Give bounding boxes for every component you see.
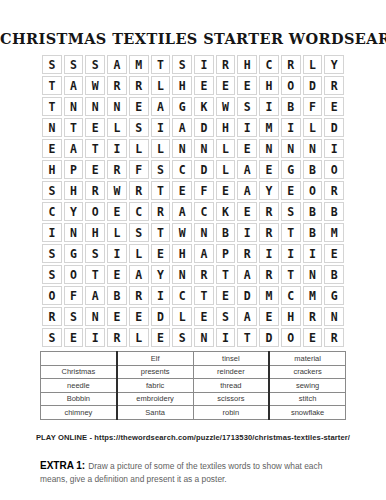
grid-cell-r10c14[interactable]: E xyxy=(324,244,344,263)
word-bobbin: Bobbin xyxy=(41,392,117,406)
grid-cell-r6c8[interactable]: D xyxy=(194,160,214,179)
grid-cell-r8c11[interactable]: R xyxy=(259,202,279,221)
grid-cell-r10c7[interactable]: H xyxy=(172,244,192,263)
word-needle: needle xyxy=(41,379,117,393)
extra-label: EXTRA 1: xyxy=(40,460,85,471)
grid-cell-r9c8[interactable]: N xyxy=(194,223,214,242)
grid-cell-r10c9[interactable]: P xyxy=(216,244,236,263)
word-thread: thread xyxy=(193,379,269,393)
grid-cell-r13c3[interactable]: N xyxy=(85,307,105,326)
word-fabric: fabric xyxy=(117,379,193,393)
grid-cell-r6c6[interactable]: S xyxy=(151,160,171,179)
grid-cell-r8c12[interactable]: S xyxy=(281,202,301,221)
grid-cell-r1c14[interactable]: Y xyxy=(324,55,344,74)
word-elf: Elf xyxy=(117,352,193,366)
grid-cell-r9c12[interactable]: T xyxy=(281,223,301,242)
grid-cell-r3c5[interactable]: E xyxy=(129,97,149,116)
grid-cell-r14c2[interactable]: E xyxy=(64,328,84,347)
grid-cell-r8c10[interactable]: E xyxy=(237,202,257,221)
grid-cell-r12c12[interactable]: C xyxy=(281,286,301,305)
grid-cell-r4c9[interactable]: H xyxy=(216,118,236,137)
grid-cell-r13c10[interactable]: A xyxy=(237,307,257,326)
word-presents: presents xyxy=(117,365,193,379)
grid-cell-r5c9[interactable]: L xyxy=(216,139,236,158)
word-table-row: Elftinselmaterial xyxy=(41,352,346,366)
grid-cell-r13c5[interactable]: E xyxy=(129,307,149,326)
grid-cell-r8c8[interactable]: C xyxy=(194,202,214,221)
grid-cell-r3c11[interactable]: I xyxy=(259,97,279,116)
grid-cell-r5c2[interactable]: A xyxy=(64,139,84,158)
word-stitch: stitch xyxy=(269,392,345,406)
grid-cell-r5c14[interactable]: I xyxy=(324,139,344,158)
grid-cell-r2c4[interactable]: R xyxy=(107,76,127,95)
grid-cell-r10c1[interactable]: S xyxy=(42,244,62,263)
grid-cell-r12c5[interactable]: R xyxy=(129,286,149,305)
grid-cell-r4c1[interactable]: N xyxy=(42,118,62,137)
grid-cell-r12c6[interactable]: I xyxy=(151,286,171,305)
grid-cell-r6c2[interactable]: P xyxy=(64,160,84,179)
grid-cell-r6c13[interactable]: B xyxy=(303,160,323,179)
grid-cell-r7c11[interactable]: Y xyxy=(259,181,279,200)
grid-cell-r11c5[interactable]: A xyxy=(129,265,149,284)
grid-cell-r14c10[interactable]: T xyxy=(237,328,257,347)
grid-cell-r3c10[interactable]: S xyxy=(237,97,257,116)
word-embroidery: embroidery xyxy=(117,392,193,406)
grid-cell-r13c4[interactable]: E xyxy=(107,307,127,326)
grid-cell-r12c9[interactable]: E xyxy=(216,286,236,305)
grid-cell-r5c11[interactable]: N xyxy=(259,139,279,158)
word-table-row: Bobbinembroideryscissorsstitch xyxy=(41,392,346,406)
word-sewing: sewing xyxy=(269,379,345,393)
grid-cell-r5c1[interactable]: E xyxy=(42,139,62,158)
grid-cell-r1c7[interactable]: S xyxy=(172,55,192,74)
grid-cell-r13c2[interactable]: S xyxy=(64,307,84,326)
grid-cell-r12c7[interactable]: C xyxy=(172,286,192,305)
grid-cell-r11c7[interactable]: N xyxy=(172,265,192,284)
grid-cell-r10c12[interactable]: I xyxy=(281,244,301,263)
grid-cell-r4c12[interactable]: I xyxy=(281,118,301,137)
grid-cell-r8c14[interactable]: B xyxy=(324,202,344,221)
grid-cell-r9c3[interactable]: H xyxy=(85,223,105,242)
word-list-body: ElftinselmaterialChristmaspresentsreinde… xyxy=(41,352,346,420)
grid-cell-r14c4[interactable]: R xyxy=(107,328,127,347)
grid-cell-r3c12[interactable]: B xyxy=(281,97,301,116)
grid-cell-r7c9[interactable]: E xyxy=(216,181,236,200)
grid-cell-r9c2[interactable]: N xyxy=(64,223,84,242)
grid-cell-r7c5[interactable]: R xyxy=(129,181,149,200)
grid-cell-r13c14[interactable]: N xyxy=(324,307,344,326)
grid-cell-r5c8[interactable]: N xyxy=(194,139,214,158)
grid-cell-r7c1[interactable]: S xyxy=(42,181,62,200)
grid-cell-r1c4[interactable]: A xyxy=(107,55,127,74)
grid-cell-r11c12[interactable]: T xyxy=(281,265,301,284)
grid-cell-r2c14[interactable]: R xyxy=(324,76,344,95)
grid-cell-r8c13[interactable]: B xyxy=(303,202,323,221)
grid-cell-r1c1[interactable]: S xyxy=(42,55,62,74)
grid-cell-r13c6[interactable]: D xyxy=(151,307,171,326)
word-material: material xyxy=(269,352,345,366)
grid-cell-r1c10[interactable]: H xyxy=(237,55,257,74)
word-table-row: Christmaspresentsreindeercrackers xyxy=(41,365,346,379)
grid-cell-r2c12[interactable]: O xyxy=(281,76,301,95)
grid-cell-r7c7[interactable]: E xyxy=(172,181,192,200)
grid-cell-r6c12[interactable]: G xyxy=(281,160,301,179)
grid-cell-r8c1[interactable]: C xyxy=(42,202,62,221)
grid-cell-r1c8[interactable]: I xyxy=(194,55,214,74)
grid-cell-r3c1[interactable]: T xyxy=(42,97,62,116)
grid-cell-r2c8[interactable]: E xyxy=(194,76,214,95)
extra-instruction: EXTRA 1:Draw a picture of some of the te… xyxy=(40,458,344,486)
grid-cell-r13c1[interactable]: R xyxy=(42,307,62,326)
grid-cell-r11c2[interactable]: O xyxy=(64,265,84,284)
grid-cell-r12c11[interactable]: M xyxy=(259,286,279,305)
grid-cell-r5c12[interactable]: N xyxy=(281,139,301,158)
grid-cell-r11c10[interactable]: A xyxy=(237,265,257,284)
grid-cell-r5c5[interactable]: L xyxy=(129,139,149,158)
grid-cell-r14c1[interactable]: S xyxy=(42,328,62,347)
grid-cell-r9c5[interactable]: S xyxy=(129,223,149,242)
grid-cell-r10c4[interactable]: I xyxy=(107,244,127,263)
word-scissors: scissors xyxy=(193,392,269,406)
grid-cell-r7c12[interactable]: E xyxy=(281,181,301,200)
word-list-table: ElftinselmaterialChristmaspresentsreinde… xyxy=(40,351,346,420)
grid-cell-r8c3[interactable]: O xyxy=(85,202,105,221)
grid-cell-r5c4[interactable]: I xyxy=(107,139,127,158)
grid-cell-r4c3[interactable]: E xyxy=(85,118,105,137)
grid-cell-r11c4[interactable]: E xyxy=(107,265,127,284)
grid-cell-r6c3[interactable]: E xyxy=(85,160,105,179)
word-tinsel: tinsel xyxy=(193,352,269,366)
grid-cell-r5c10[interactable]: E xyxy=(237,139,257,158)
grid-cell-r4c4[interactable]: L xyxy=(107,118,127,137)
grid-cell-r11c13[interactable]: N xyxy=(303,265,323,284)
grid-cell-r13c7[interactable]: L xyxy=(172,307,192,326)
grid-cell-r12c2[interactable]: F xyxy=(64,286,84,305)
grid-cell-r9c10[interactable]: I xyxy=(237,223,257,242)
grid-cell-r9c4[interactable]: L xyxy=(107,223,127,242)
grid-cell-r4c5[interactable]: S xyxy=(129,118,149,137)
wordsearch-grid: SSSAMTSIRHCRLYTAWRRLHEEEHODRTNNNEAGKWSIB… xyxy=(42,55,344,347)
grid-cell-r13c13[interactable]: R xyxy=(303,307,323,326)
grid-cell-r12c1[interactable]: O xyxy=(42,286,62,305)
grid-cell-r4c11[interactable]: M xyxy=(259,118,279,137)
grid-cell-r14c3[interactable]: I xyxy=(85,328,105,347)
puzzle-title: CHRISTMAS TEXTILES STARTER WORDSEARCH xyxy=(0,30,386,47)
grid-cell-r1c6[interactable]: T xyxy=(151,55,171,74)
grid-cell-r8c2[interactable]: Y xyxy=(64,202,84,221)
grid-cell-r8c7[interactable]: A xyxy=(172,202,192,221)
grid-cell-r14c9[interactable]: I xyxy=(216,328,236,347)
grid-cell-r11c11[interactable]: R xyxy=(259,265,279,284)
grid-cell-r7c14[interactable]: R xyxy=(324,181,344,200)
grid-cell-r1c2[interactable]: S xyxy=(64,55,84,74)
grid-cell-r3c8[interactable]: K xyxy=(194,97,214,116)
grid-cell-r9c1[interactable]: I xyxy=(42,223,62,242)
grid-cell-r7c13[interactable]: O xyxy=(303,181,323,200)
grid-cell-r4c10[interactable]: I xyxy=(237,118,257,137)
grid-cell-r2c1[interactable]: T xyxy=(42,76,62,95)
grid-cell-r14c14[interactable]: R xyxy=(324,328,344,347)
grid-cell-r7c10[interactable]: A xyxy=(237,181,257,200)
grid-cell-r12c4[interactable]: B xyxy=(107,286,127,305)
grid-cell-r8c9[interactable]: K xyxy=(216,202,236,221)
grid-cell-r1c12[interactable]: R xyxy=(281,55,301,74)
grid-cell-r14c12[interactable]: O xyxy=(281,328,301,347)
grid-cell-r7c2[interactable]: H xyxy=(64,181,84,200)
grid-cell-r2c13[interactable]: D xyxy=(303,76,323,95)
grid-cell-r2c3[interactable]: W xyxy=(85,76,105,95)
grid-cell-r14c13[interactable]: E xyxy=(303,328,323,347)
grid-cell-r14c11[interactable]: D xyxy=(259,328,279,347)
grid-cell-r9c7[interactable]: W xyxy=(172,223,192,242)
grid-cell-r12c10[interactable]: D xyxy=(237,286,257,305)
grid-cell-r2c9[interactable]: E xyxy=(216,76,236,95)
grid-cell-r1c11[interactable]: C xyxy=(259,55,279,74)
grid-cell-r12c14[interactable]: G xyxy=(324,286,344,305)
grid-cell-r11c6[interactable]: Y xyxy=(151,265,171,284)
grid-cell-r1c9[interactable]: R xyxy=(216,55,236,74)
grid-cell-r2c10[interactable]: E xyxy=(237,76,257,95)
grid-cell-r4c14[interactable]: D xyxy=(324,118,344,137)
grid-cell-r10c10[interactable]: R xyxy=(237,244,257,263)
grid-cell-r14c8[interactable]: N xyxy=(194,328,214,347)
grid-cell-r9c9[interactable]: B xyxy=(216,223,236,242)
grid-cell-r2c5[interactable]: R xyxy=(129,76,149,95)
grid-cell-r7c8[interactable]: F xyxy=(194,181,214,200)
grid-cell-r13c9[interactable]: S xyxy=(216,307,236,326)
word-table-row: chimneySantarobinsnowflake xyxy=(41,406,346,420)
word-crackers: crackers xyxy=(269,365,345,379)
grid-cell-r3c14[interactable]: E xyxy=(324,97,344,116)
grid-cell-r11c3[interactable]: T xyxy=(85,265,105,284)
grid-cell-r12c13[interactable]: M xyxy=(303,286,323,305)
word-reindeer: reindeer xyxy=(193,365,269,379)
grid-cell-r3c6[interactable]: A xyxy=(151,97,171,116)
grid-cell-r8c5[interactable]: C xyxy=(129,202,149,221)
word-empty-cell xyxy=(41,352,117,366)
grid-cell-r2c11[interactable]: H xyxy=(259,76,279,95)
grid-cell-r13c8[interactable]: E xyxy=(194,307,214,326)
grid-cell-r6c11[interactable]: E xyxy=(259,160,279,179)
grid-cell-r8c4[interactable]: E xyxy=(107,202,127,221)
grid-cell-r9c6[interactable]: T xyxy=(151,223,171,242)
grid-cell-r1c13[interactable]: L xyxy=(303,55,323,74)
grid-cell-r5c3[interactable]: T xyxy=(85,139,105,158)
grid-cell-r14c6[interactable]: E xyxy=(151,328,171,347)
grid-cell-r3c9[interactable]: W xyxy=(216,97,236,116)
grid-cell-r4c13[interactable]: L xyxy=(303,118,323,137)
grid-cell-r11c9[interactable]: T xyxy=(216,265,236,284)
grid-cell-r6c9[interactable]: L xyxy=(216,160,236,179)
grid-cell-r7c3[interactable]: R xyxy=(85,181,105,200)
grid-cell-r6c5[interactable]: F xyxy=(129,160,149,179)
word-chimney: chimney xyxy=(41,406,117,420)
grid-cell-r10c2[interactable]: G xyxy=(64,244,84,263)
grid-cell-r2c6[interactable]: L xyxy=(151,76,171,95)
grid-cell-r6c7[interactable]: C xyxy=(172,160,192,179)
grid-cell-r9c13[interactable]: B xyxy=(303,223,323,242)
grid-cell-r7c6[interactable]: T xyxy=(151,181,171,200)
grid-cell-r10c5[interactable]: L xyxy=(129,244,149,263)
grid-cell-r12c8[interactable]: T xyxy=(194,286,214,305)
grid-cell-r8c6[interactable]: R xyxy=(151,202,171,221)
grid-cell-r6c1[interactable]: H xyxy=(42,160,62,179)
grid-cell-r14c7[interactable]: S xyxy=(172,328,192,347)
grid-cell-r4c2[interactable]: T xyxy=(64,118,84,137)
grid-cell-r1c3[interactable]: S xyxy=(85,55,105,74)
grid-cell-r13c11[interactable]: E xyxy=(259,307,279,326)
grid-cell-r3c2[interactable]: N xyxy=(64,97,84,116)
grid-cell-r10c3[interactable]: S xyxy=(85,244,105,263)
grid-cell-r4c7[interactable]: A xyxy=(172,118,192,137)
grid-cell-r11c8[interactable]: R xyxy=(194,265,214,284)
grid-cell-r10c6[interactable]: E xyxy=(151,244,171,263)
grid-cell-r3c7[interactable]: G xyxy=(172,97,192,116)
grid-cell-r9c11[interactable]: R xyxy=(259,223,279,242)
grid-cell-r6c10[interactable]: A xyxy=(237,160,257,179)
grid-cell-r10c11[interactable]: I xyxy=(259,244,279,263)
grid-cell-r3c3[interactable]: N xyxy=(85,97,105,116)
grid-cell-r13c12[interactable]: H xyxy=(281,307,301,326)
word-santa: Santa xyxy=(117,406,193,420)
grid-cell-r4c8[interactable]: D xyxy=(194,118,214,137)
grid-cell-r6c14[interactable]: O xyxy=(324,160,344,179)
word-christmas: Christmas xyxy=(41,365,117,379)
grid-cell-r4c6[interactable]: I xyxy=(151,118,171,137)
word-table-row: needlefabricthreadsewing xyxy=(41,379,346,393)
grid-cell-r6c4[interactable]: R xyxy=(107,160,127,179)
word-robin: robin xyxy=(193,406,269,420)
grid-cell-r3c4[interactable]: N xyxy=(107,97,127,116)
grid-cell-r9c14[interactable]: M xyxy=(324,223,344,242)
grid-cell-r12c3[interactable]: A xyxy=(85,286,105,305)
grid-cell-r10c8[interactable]: A xyxy=(194,244,214,263)
grid-cell-r5c6[interactable]: L xyxy=(151,139,171,158)
grid-cell-r2c7[interactable]: H xyxy=(172,76,192,95)
grid-cell-r10c13[interactable]: I xyxy=(303,244,323,263)
grid-cell-r11c1[interactable]: S xyxy=(42,265,62,284)
grid-cell-r5c13[interactable]: N xyxy=(303,139,323,158)
word-snowflake: snowflake xyxy=(269,406,345,420)
grid-cell-r7c4[interactable]: W xyxy=(107,181,127,200)
grid-cell-r1c5[interactable]: M xyxy=(129,55,149,74)
play-online-link[interactable]: PLAY ONLINE - https://thewordsearch.com/… xyxy=(0,433,386,442)
grid-cell-r11c14[interactable]: B xyxy=(324,265,344,284)
grid-cell-r2c2[interactable]: A xyxy=(64,76,84,95)
grid-cell-r5c7[interactable]: N xyxy=(172,139,192,158)
grid-cell-r3c13[interactable]: F xyxy=(303,97,323,116)
grid-cell-r14c5[interactable]: L xyxy=(129,328,149,347)
